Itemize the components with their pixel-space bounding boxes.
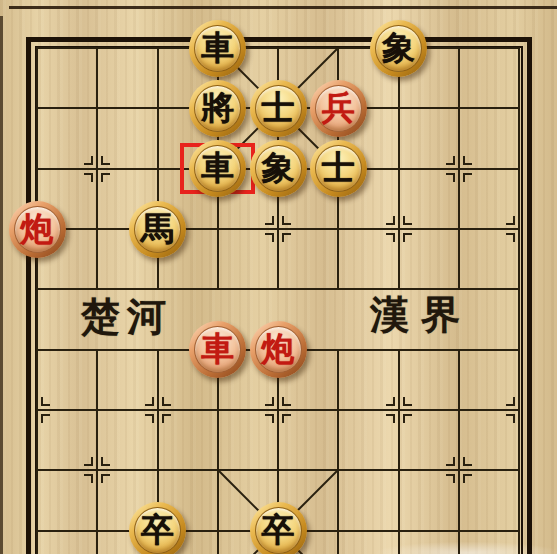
piece-red-cannon[interactable]: 炮 [9, 201, 66, 258]
piece-red-soldier[interactable]: 兵 [310, 80, 367, 137]
point-marker [386, 397, 395, 406]
point-marker [84, 173, 93, 182]
piece-face: 象 [375, 25, 422, 72]
piece-face: 炮 [255, 326, 302, 373]
piece-black-chariot[interactable]: 車 [189, 20, 246, 77]
point-marker [506, 414, 515, 423]
rank-line [36, 409, 520, 411]
point-marker [386, 216, 395, 225]
piece-black-advisor[interactable]: 士 [310, 140, 367, 197]
photo-left-edge-line [0, 16, 3, 554]
piece-face: 車 [194, 326, 241, 373]
point-marker [265, 216, 274, 225]
piece-face: 馬 [134, 206, 181, 253]
piece-face: 將 [194, 85, 241, 132]
piece-face: 車 [194, 25, 241, 72]
point-marker [101, 474, 110, 483]
point-marker [101, 156, 110, 165]
piece-character: 馬 [141, 212, 174, 245]
point-marker [84, 474, 93, 483]
point-marker [282, 414, 291, 423]
piece-character: 象 [382, 31, 415, 64]
point-marker [101, 173, 110, 182]
point-marker [446, 173, 455, 182]
photo-top-edge-line [9, 6, 557, 9]
piece-black-horse[interactable]: 馬 [129, 201, 186, 258]
point-marker [463, 457, 472, 466]
file-line [36, 47, 38, 554]
point-marker [403, 414, 412, 423]
file-line-lower [458, 349, 460, 554]
point-marker [265, 397, 274, 406]
file-line-lower [398, 349, 400, 554]
file-line-lower [96, 349, 98, 554]
piece-character: 兵 [322, 91, 355, 124]
piece-black-general[interactable]: 將 [189, 80, 246, 137]
point-marker [463, 474, 472, 483]
point-marker [506, 233, 515, 242]
piece-red-cannon[interactable]: 炮 [250, 321, 307, 378]
piece-character: 士 [322, 151, 355, 184]
point-marker [265, 414, 274, 423]
point-marker [84, 457, 93, 466]
piece-face: 士 [255, 85, 302, 132]
point-marker [145, 397, 154, 406]
piece-character: 車 [201, 332, 234, 365]
river-label-right: 漢界 [370, 288, 472, 342]
piece-black-advisor[interactable]: 士 [250, 80, 307, 137]
point-marker [463, 156, 472, 165]
piece-character: 炮 [262, 332, 295, 365]
piece-face: 卒 [255, 507, 302, 554]
point-marker [162, 414, 171, 423]
piece-character: 車 [201, 31, 234, 64]
piece-black-soldier[interactable]: 卒 [129, 502, 186, 554]
point-marker [403, 216, 412, 225]
point-marker [446, 474, 455, 483]
point-marker [265, 233, 274, 242]
point-marker [282, 216, 291, 225]
piece-face: 士 [315, 145, 362, 192]
piece-black-elephant[interactable]: 象 [250, 140, 307, 197]
file-line-lower [217, 349, 219, 554]
piece-black-elephant[interactable]: 象 [370, 20, 427, 77]
piece-face: 車 [194, 145, 241, 192]
rank-line [36, 47, 520, 49]
point-marker [403, 233, 412, 242]
river-label-left: 楚河 [81, 290, 173, 344]
rank-line [36, 228, 520, 230]
point-marker [41, 397, 50, 406]
xiangqi-board: 楚河 漢界 車象將士兵車象士炮馬車炮卒卒 [0, 0, 557, 554]
piece-black-soldier[interactable]: 卒 [250, 502, 307, 554]
piece-character: 卒 [141, 513, 174, 546]
point-marker [463, 173, 472, 182]
point-marker [162, 397, 171, 406]
point-marker [506, 397, 515, 406]
piece-character: 將 [201, 91, 234, 124]
piece-character: 炮 [21, 212, 54, 245]
point-marker [145, 414, 154, 423]
piece-face: 象 [255, 145, 302, 192]
piece-face: 炮 [14, 206, 61, 253]
piece-face: 兵 [315, 85, 362, 132]
point-marker [506, 216, 515, 225]
piece-character: 士 [262, 91, 295, 124]
piece-character: 卒 [262, 513, 295, 546]
file-line-lower [337, 349, 339, 554]
rank-line [36, 469, 520, 471]
file-line [518, 47, 520, 554]
piece-face: 卒 [134, 507, 181, 554]
point-marker [386, 233, 395, 242]
point-marker [386, 414, 395, 423]
point-marker [101, 457, 110, 466]
point-marker [41, 414, 50, 423]
point-marker [446, 457, 455, 466]
piece-character: 車 [201, 151, 234, 184]
point-marker [446, 156, 455, 165]
point-marker [282, 233, 291, 242]
piece-character: 象 [262, 151, 295, 184]
point-marker [84, 156, 93, 165]
point-marker [282, 397, 291, 406]
point-marker [403, 397, 412, 406]
